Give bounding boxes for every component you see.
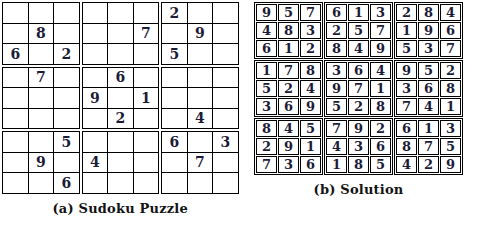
sudoku-cell: 8: [300, 62, 321, 79]
sudoku-cell: 2: [370, 120, 391, 137]
sudoku-cell: [3, 109, 28, 129]
sudoku-cell: 4: [396, 156, 417, 173]
sudoku-cell: [188, 44, 213, 64]
sudoku-cell: [213, 153, 238, 173]
sudoku-cell: [213, 88, 238, 108]
sudoku-cell: [54, 153, 79, 173]
sudoku-cell: 3: [396, 80, 417, 97]
sudoku-cell: [29, 44, 54, 64]
sudoku-cell: 8: [326, 40, 347, 57]
sudoku-cell: 3: [440, 120, 461, 137]
sudoku-cell: [3, 88, 28, 108]
sudoku-cell: 6: [370, 138, 391, 155]
sudoku-box: 295: [161, 2, 239, 65]
sudoku-cell: 5: [396, 40, 417, 57]
sudoku-cell: 1: [300, 138, 321, 155]
sudoku-box: 284196537: [394, 2, 463, 59]
sudoku-cell: [29, 109, 54, 129]
sudoku-cell: [213, 173, 238, 193]
sudoku-cell: 2: [418, 156, 439, 173]
sudoku-cell: 7: [188, 153, 213, 173]
sudoku-cell: 7: [134, 24, 159, 44]
sudoku-solution-grid: 9574836126132578492841965371785243693649…: [254, 2, 463, 175]
sudoku-cell: 5: [326, 98, 347, 115]
sudoku-cell: [3, 24, 28, 44]
sudoku-box: 792436185: [324, 118, 393, 175]
sudoku-cell: [134, 132, 159, 152]
sudoku-cell: [188, 132, 213, 152]
sudoku-cell: 3: [300, 22, 321, 39]
sudoku-cell: [134, 44, 159, 64]
sudoku-cell: [29, 173, 54, 193]
sudoku-box: 637: [161, 131, 239, 194]
sudoku-cell: 6: [162, 132, 187, 152]
sudoku-cell: 7: [370, 22, 391, 39]
sudoku-cell: 8: [370, 98, 391, 115]
sudoku-cell: 8: [440, 80, 461, 97]
sudoku-cell: [134, 153, 159, 173]
sudoku-cell: [213, 44, 238, 64]
sudoku-cell: 9: [83, 88, 108, 108]
sudoku-cell: [54, 109, 79, 129]
sudoku-cell: 4: [256, 22, 277, 39]
figure-canvas: 86272957691245964637 (a) Sudoku Puzzle 9…: [0, 0, 487, 225]
sudoku-cell: 6: [256, 40, 277, 57]
sudoku-cell: [213, 3, 238, 23]
sudoku-cell: 3: [278, 156, 299, 173]
sudoku-cell: [162, 173, 187, 193]
sudoku-cell: 3: [348, 138, 369, 155]
sudoku-cell: [188, 3, 213, 23]
sudoku-cell: 1: [348, 4, 369, 21]
sudoku-cell: 6: [3, 44, 28, 64]
sudoku-cell: 7: [440, 40, 461, 57]
sudoku-cell: [83, 173, 108, 193]
sudoku-box: 364971528: [324, 60, 393, 117]
sudoku-box: 4: [82, 131, 160, 194]
sudoku-cell: 4: [300, 80, 321, 97]
sudoku-cell: [108, 153, 133, 173]
sudoku-cell: [108, 173, 133, 193]
sudoku-cell: 6: [348, 62, 369, 79]
sudoku-cell: 5: [348, 22, 369, 39]
sudoku-cell: 1: [396, 22, 417, 39]
sudoku-cell: [54, 88, 79, 108]
sudoku-cell: 1: [440, 98, 461, 115]
sudoku-cell: 1: [134, 88, 159, 108]
sudoku-cell: [162, 68, 187, 88]
sudoku-cell: 3: [256, 98, 277, 115]
sudoku-cell: 7: [326, 120, 347, 137]
sudoku-cell: 5: [370, 156, 391, 173]
sudoku-cell: [108, 24, 133, 44]
sudoku-cell: 7: [256, 156, 277, 173]
sudoku-cell: 9: [300, 98, 321, 115]
sudoku-cell: 9: [348, 120, 369, 137]
sudoku-cell: 4: [418, 98, 439, 115]
sudoku-solution-figure: 9574836126132578492841965371785243693649…: [254, 2, 463, 197]
sudoku-cell: [108, 132, 133, 152]
sudoku-cell: [29, 88, 54, 108]
sudoku-cell: 3: [326, 62, 347, 79]
sudoku-cell: [3, 132, 28, 152]
sudoku-cell: 1: [370, 80, 391, 97]
sudoku-cell: 9: [29, 153, 54, 173]
sudoku-cell: [134, 3, 159, 23]
sudoku-cell: [3, 3, 28, 23]
sudoku-box: 613257849: [324, 2, 393, 59]
sudoku-box: 178524369: [254, 60, 323, 117]
sudoku-cell: [213, 24, 238, 44]
sudoku-cell: [188, 88, 213, 108]
sudoku-cell: 2: [256, 138, 277, 155]
sudoku-cell: 1: [326, 156, 347, 173]
sudoku-cell: [188, 173, 213, 193]
sudoku-cell: 6: [440, 22, 461, 39]
sudoku-box: 862: [2, 2, 80, 65]
sudoku-cell: 3: [370, 4, 391, 21]
sudoku-cell: 6: [108, 68, 133, 88]
sudoku-cell: 2: [348, 98, 369, 115]
sudoku-cell: 6: [278, 98, 299, 115]
sudoku-cell: [54, 68, 79, 88]
solution-caption: (b) Solution: [254, 182, 463, 197]
sudoku-cell: [83, 109, 108, 129]
sudoku-box: 613875429: [394, 118, 463, 175]
sudoku-cell: 5: [440, 138, 461, 155]
sudoku-box: 957483612: [254, 2, 323, 59]
sudoku-cell: 2: [300, 40, 321, 57]
sudoku-cell: 6: [418, 80, 439, 97]
sudoku-cell: 4: [348, 40, 369, 57]
sudoku-cell: [83, 3, 108, 23]
sudoku-cell: 4: [370, 62, 391, 79]
sudoku-cell: [83, 24, 108, 44]
sudoku-cell: 2: [54, 44, 79, 64]
sudoku-box: 4: [161, 67, 239, 130]
sudoku-cell: 4: [188, 109, 213, 129]
sudoku-cell: [29, 3, 54, 23]
sudoku-cell: 2: [396, 4, 417, 21]
sudoku-cell: [54, 3, 79, 23]
sudoku-cell: 2: [326, 22, 347, 39]
sudoku-cell: 2: [278, 80, 299, 97]
sudoku-cell: [108, 3, 133, 23]
sudoku-cell: 1: [278, 40, 299, 57]
sudoku-cell: [54, 24, 79, 44]
sudoku-cell: 2: [162, 3, 187, 23]
sudoku-cell: [134, 173, 159, 193]
sudoku-cell: 4: [326, 138, 347, 155]
sudoku-cell: 8: [256, 120, 277, 137]
sudoku-box: 952368741: [394, 60, 463, 117]
sudoku-cell: 8: [418, 4, 439, 21]
sudoku-cell: 9: [440, 156, 461, 173]
sudoku-cell: [83, 44, 108, 64]
sudoku-cell: [162, 88, 187, 108]
sudoku-cell: 5: [162, 44, 187, 64]
sudoku-box: 845291736: [254, 118, 323, 175]
puzzle-caption: (a) Sudoku Puzzle: [2, 201, 239, 216]
sudoku-cell: 7: [29, 68, 54, 88]
sudoku-cell: [3, 68, 28, 88]
sudoku-cell: 4: [83, 153, 108, 173]
sudoku-cell: 9: [370, 40, 391, 57]
sudoku-cell: 1: [418, 120, 439, 137]
sudoku-cell: [83, 132, 108, 152]
sudoku-cell: [134, 68, 159, 88]
sudoku-cell: 5: [418, 62, 439, 79]
sudoku-cell: 7: [418, 138, 439, 155]
sudoku-cell: 8: [348, 156, 369, 173]
sudoku-cell: 2: [108, 109, 133, 129]
sudoku-cell: 5: [278, 4, 299, 21]
sudoku-box: 596: [2, 131, 80, 194]
sudoku-cell: [162, 153, 187, 173]
sudoku-box: 7: [82, 2, 160, 65]
sudoku-cell: 3: [418, 40, 439, 57]
sudoku-cell: 7: [278, 62, 299, 79]
sudoku-cell: [162, 24, 187, 44]
sudoku-box: 7: [2, 67, 80, 130]
sudoku-cell: [108, 88, 133, 108]
sudoku-cell: [83, 68, 108, 88]
sudoku-cell: 9: [418, 22, 439, 39]
sudoku-cell: [3, 153, 28, 173]
sudoku-cell: 7: [348, 80, 369, 97]
sudoku-cell: 4: [440, 4, 461, 21]
sudoku-cell: [29, 132, 54, 152]
sudoku-cell: 7: [396, 98, 417, 115]
sudoku-cell: 9: [278, 138, 299, 155]
sudoku-puzzle-figure: 86272957691245964637 (a) Sudoku Puzzle: [2, 2, 239, 216]
sudoku-cell: 8: [396, 138, 417, 155]
sudoku-cell: 5: [54, 132, 79, 152]
sudoku-box: 6912: [82, 67, 160, 130]
sudoku-cell: 9: [188, 24, 213, 44]
sudoku-cell: 5: [256, 80, 277, 97]
sudoku-cell: 6: [396, 120, 417, 137]
sudoku-cell: [134, 109, 159, 129]
sudoku-cell: 3: [213, 132, 238, 152]
sudoku-cell: 2: [440, 62, 461, 79]
sudoku-cell: [3, 173, 28, 193]
sudoku-cell: [213, 68, 238, 88]
sudoku-cell: 8: [278, 22, 299, 39]
sudoku-cell: [213, 109, 238, 129]
sudoku-puzzle-grid: 86272957691245964637: [2, 2, 239, 194]
sudoku-cell: [162, 109, 187, 129]
sudoku-cell: 9: [256, 4, 277, 21]
sudoku-cell: [108, 44, 133, 64]
sudoku-cell: 7: [300, 4, 321, 21]
sudoku-cell: 5: [300, 120, 321, 137]
sudoku-cell: 4: [278, 120, 299, 137]
sudoku-cell: 9: [396, 62, 417, 79]
sudoku-cell: 8: [29, 24, 54, 44]
sudoku-cell: 6: [54, 173, 79, 193]
sudoku-cell: 6: [326, 4, 347, 21]
sudoku-cell: [188, 68, 213, 88]
sudoku-cell: 6: [300, 156, 321, 173]
sudoku-cell: 1: [256, 62, 277, 79]
sudoku-cell: 9: [326, 80, 347, 97]
